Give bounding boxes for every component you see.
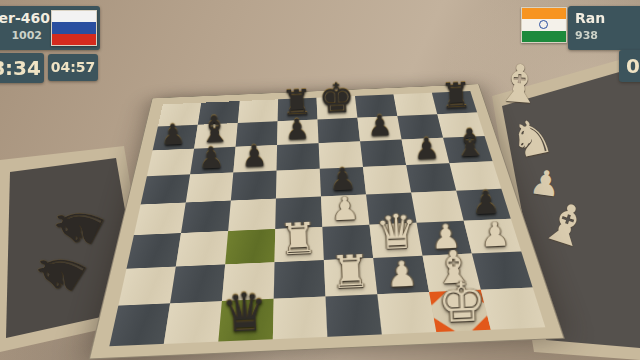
square-h7[interactable] (437, 113, 484, 138)
square-f8[interactable] (355, 94, 397, 118)
square-b2[interactable] (170, 264, 225, 303)
square-g6[interactable]: ♟ (402, 138, 450, 165)
square-f7[interactable]: ♟ (357, 116, 401, 141)
square-c7[interactable] (236, 121, 278, 147)
player-left-rating: 1002 (11, 29, 42, 42)
square-c2[interactable] (222, 262, 275, 301)
square-b3[interactable] (176, 231, 228, 267)
square-e3[interactable] (322, 225, 373, 260)
square-d4[interactable] (275, 197, 322, 229)
square-d3[interactable]: ♜ (275, 227, 324, 262)
square-c3[interactable] (225, 229, 275, 264)
player-right-name: Ran (575, 10, 605, 26)
square-h5[interactable] (449, 161, 501, 190)
square-c5[interactable] (231, 171, 277, 201)
square-g3[interactable]: ♟ (417, 221, 472, 256)
square-b1[interactable] (164, 301, 222, 344)
ashoka-chakra-icon (539, 20, 548, 29)
square-c8[interactable] (238, 99, 278, 123)
square-a4[interactable] (134, 202, 186, 235)
square-e2[interactable]: ♜ (324, 258, 377, 297)
square-d2[interactable] (274, 260, 326, 299)
piece-white-pawn[interactable]: ♟ (321, 192, 369, 226)
square-g5[interactable] (406, 163, 456, 193)
player-left-main-clock: 8:34 (0, 53, 44, 83)
square-h3[interactable]: ♟ (464, 219, 522, 254)
square-h6[interactable]: ♝ (443, 136, 493, 163)
square-a7[interactable]: ♟ (153, 125, 198, 151)
piece-black-king[interactable]: ♚ (316, 77, 358, 119)
game-screen: ♞♞♝♞♟♝ ♜♚♜♟♝♟♟♟♟♟♝♟♟♟♜♛♟♟♜♟♝♛♚ yer-460 1… (0, 0, 640, 360)
square-h8[interactable]: ♜ (432, 91, 477, 114)
square-d5[interactable] (276, 169, 321, 199)
piece-black-pawn[interactable]: ♟ (462, 186, 510, 220)
square-d1[interactable] (273, 297, 327, 340)
square-b5[interactable] (186, 173, 234, 203)
square-f4[interactable] (366, 193, 417, 225)
square-c4[interactable] (228, 199, 276, 231)
square-h2[interactable] (472, 251, 533, 289)
square-f3[interactable]: ♛ (369, 223, 422, 258)
square-c1[interactable]: ♛ (218, 299, 273, 342)
square-a2[interactable] (118, 267, 175, 306)
square-a8[interactable] (158, 103, 201, 127)
square-f2[interactable]: ♟ (373, 256, 429, 295)
square-g7[interactable] (397, 114, 443, 139)
square-d6[interactable] (277, 143, 320, 170)
square-b4[interactable] (181, 201, 231, 234)
piece-white-pawn[interactable]: ♟ (470, 217, 521, 253)
square-b8[interactable] (198, 101, 240, 125)
square-e8[interactable]: ♚ (317, 96, 358, 120)
player-right-clock: 0 (619, 50, 640, 82)
square-c6[interactable]: ♟ (233, 145, 277, 173)
piece-black-rook[interactable]: ♜ (276, 84, 317, 121)
square-g1[interactable]: ♚ (429, 290, 491, 332)
square-d8[interactable]: ♜ (278, 98, 318, 122)
piece-black-pawn[interactable]: ♟ (320, 163, 366, 196)
square-a6[interactable] (147, 149, 194, 177)
russia-flag-icon (51, 10, 97, 46)
square-f6[interactable] (360, 140, 406, 167)
player-left-secondary-clock: 04:57 (48, 54, 98, 81)
india-flag-icon (521, 7, 567, 43)
square-g4[interactable] (411, 191, 464, 223)
square-e4[interactable]: ♟ (321, 195, 369, 227)
square-e1[interactable] (326, 294, 382, 337)
square-e6[interactable] (319, 141, 363, 168)
square-a3[interactable] (126, 233, 181, 269)
square-h1[interactable] (481, 288, 545, 330)
square-e7[interactable] (318, 118, 361, 143)
square-f1[interactable] (377, 292, 436, 334)
piece-white-pawn[interactable]: ♟ (376, 256, 429, 293)
player-right-rating: 938 (575, 29, 598, 42)
square-f5[interactable] (363, 165, 411, 195)
board-grid[interactable]: ♜♚♜♟♝♟♟♟♟♟♝♟♟♟♜♛♟♟♜♟♝♛♚ (109, 91, 545, 346)
player-right-panel: Ran 938 (568, 6, 640, 50)
player-left-name: yer-460 (0, 10, 50, 26)
square-b6[interactable]: ♟ (190, 147, 235, 175)
square-b7[interactable]: ♝ (194, 123, 238, 149)
square-e5[interactable]: ♟ (320, 167, 366, 197)
square-d7[interactable]: ♟ (277, 120, 318, 145)
square-g8[interactable] (393, 93, 437, 116)
piece-white-queen[interactable]: ♛ (371, 207, 422, 257)
square-h4[interactable]: ♟ (456, 189, 511, 221)
square-g2[interactable]: ♝ (423, 254, 481, 292)
square-a1[interactable] (109, 303, 170, 346)
square-a5[interactable] (141, 174, 190, 204)
